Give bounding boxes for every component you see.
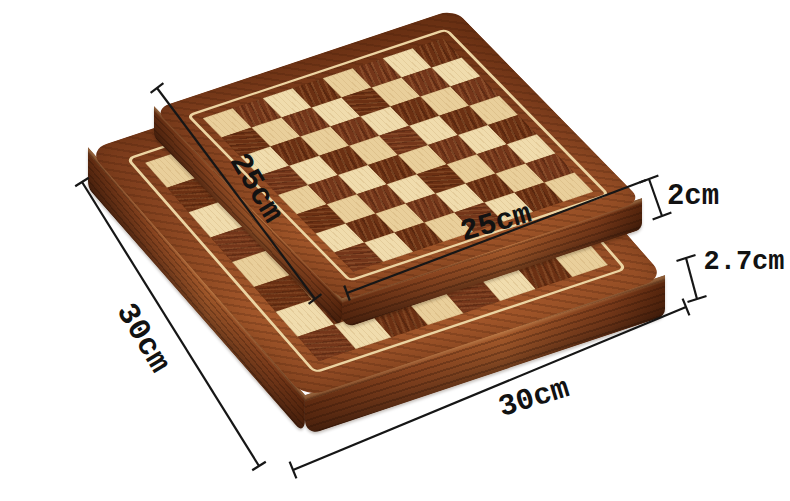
product-photo-stage: 25cm 25cm 2cm 30cm 30cm 2.7cm xyxy=(0,0,790,501)
dimension-label-bottom-thickness: 2.7cm xyxy=(703,249,784,276)
dimension-label-bottom-left-edge: 30cm xyxy=(111,298,176,378)
dimension-label-bottom-front-edge: 30cm xyxy=(495,373,573,423)
dimension-label-top-thickness: 2cm xyxy=(667,182,719,211)
